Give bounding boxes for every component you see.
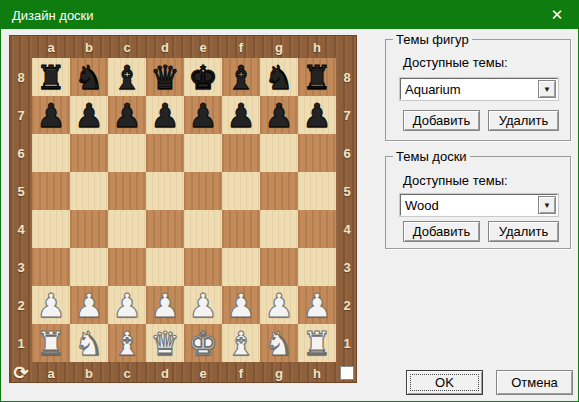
board-themes-group-title: Темы доски <box>393 149 470 164</box>
piece-theme-select[interactable]: Aquarium ▼ <box>400 78 558 100</box>
square-c4 <box>108 210 146 248</box>
square-e8: ♚ <box>184 58 222 96</box>
piece-black-pawn-e7: ♟ <box>184 96 222 134</box>
piece-white-knight-b1: ♞ <box>70 324 108 362</box>
piece-black-bishop-f8: ♝ <box>222 58 260 96</box>
piece-black-pawn-a7: ♟ <box>32 96 70 134</box>
square-f3 <box>222 248 260 286</box>
square-b1: ♞ <box>70 324 108 362</box>
square-a8: ♜ <box>32 58 70 96</box>
chess-board: abcdefgh8♜♞♝♛♚♝♞♜87♟♟♟♟♟♟♟♟7665544332♟♟♟… <box>9 35 357 383</box>
piece-white-pawn-c2: ♟ <box>108 286 146 324</box>
cancel-button-label: Отмена <box>511 375 558 390</box>
ok-button-label: OK <box>435 375 454 390</box>
rank-label-6-left: 6 <box>10 134 32 172</box>
square-f7: ♟ <box>222 96 260 134</box>
file-label-d: d <box>146 36 184 58</box>
file-label-a: a <box>32 36 70 58</box>
square-g4 <box>260 210 298 248</box>
square-g5 <box>260 172 298 210</box>
remove-board-theme-button[interactable]: Удалить <box>488 221 559 242</box>
square-g1: ♞ <box>260 324 298 362</box>
rank-label-7-right: 7 <box>336 96 358 134</box>
add-piece-theme-button[interactable]: Добавить <box>403 110 480 131</box>
piece-black-rook-h8: ♜ <box>298 58 336 96</box>
rank-label-1-right: 1 <box>336 324 358 362</box>
rank-label-4-right: 4 <box>336 210 358 248</box>
square-b4 <box>70 210 108 248</box>
board-design-dialog: Дизайн доски ✕ abcdefgh8♜♞♝♛♚♝♞♜87♟♟♟♟♟♟… <box>0 0 579 402</box>
piece-black-pawn-h7: ♟ <box>298 96 336 134</box>
frame-corner-bottom-left: ⟳ <box>10 362 32 384</box>
square-g2: ♟ <box>260 286 298 324</box>
square-d4 <box>146 210 184 248</box>
piece-black-pawn-f7: ♟ <box>222 96 260 134</box>
square-e1: ♚ <box>184 324 222 362</box>
piece-black-pawn-g7: ♟ <box>260 96 298 134</box>
piece-white-pawn-e2: ♟ <box>184 286 222 324</box>
piece-theme-selected-value: Aquarium <box>401 82 537 97</box>
piece-white-pawn-b2: ♟ <box>70 286 108 324</box>
square-c5 <box>108 172 146 210</box>
piece-white-queen-d1: ♛ <box>146 324 184 362</box>
file-label-g: g <box>260 36 298 58</box>
square-e7: ♟ <box>184 96 222 134</box>
square-f8: ♝ <box>222 58 260 96</box>
square-a4 <box>32 210 70 248</box>
piece-white-pawn-f2: ♟ <box>222 286 260 324</box>
square-b2: ♟ <box>70 286 108 324</box>
square-h7: ♟ <box>298 96 336 134</box>
rank-label-3-left: 3 <box>10 248 32 286</box>
file-label-a: a <box>32 362 70 384</box>
file-label-c: c <box>108 36 146 58</box>
cancel-button[interactable]: Отмена <box>496 370 573 395</box>
add-board-theme-button[interactable]: Добавить <box>403 221 480 242</box>
square-d6 <box>146 134 184 172</box>
square-c1: ♝ <box>108 324 146 362</box>
square-b7: ♟ <box>70 96 108 134</box>
dialog-title: Дизайн доски <box>12 8 94 23</box>
square-a5 <box>32 172 70 210</box>
frame-corner-top-left <box>10 36 32 58</box>
rank-label-7-left: 7 <box>10 96 32 134</box>
piece-white-pawn-d2: ♟ <box>146 286 184 324</box>
rank-label-8-right: 8 <box>336 58 358 96</box>
square-h2: ♟ <box>298 286 336 324</box>
titlebar: Дизайн доски ✕ <box>1 1 578 29</box>
square-h5 <box>298 172 336 210</box>
piece-black-rook-a8: ♜ <box>32 58 70 96</box>
square-d3 <box>146 248 184 286</box>
square-d8: ♛ <box>146 58 184 96</box>
rank-label-5-left: 5 <box>10 172 32 210</box>
available-themes-label: Доступные темы: <box>403 173 508 188</box>
square-d5 <box>146 172 184 210</box>
board-theme-select[interactable]: Wood ▼ <box>400 194 558 216</box>
square-b8: ♞ <box>70 58 108 96</box>
piece-black-bishop-c8: ♝ <box>108 58 146 96</box>
close-icon[interactable]: ✕ <box>536 1 578 29</box>
piece-white-pawn-h2: ♟ <box>298 286 336 324</box>
file-label-d: d <box>146 362 184 384</box>
square-h6 <box>298 134 336 172</box>
file-label-b: b <box>70 362 108 384</box>
square-a2: ♟ <box>32 286 70 324</box>
piece-white-rook-a1: ♜ <box>32 324 70 362</box>
square-h8: ♜ <box>298 58 336 96</box>
square-h1: ♜ <box>298 324 336 362</box>
square-b3 <box>70 248 108 286</box>
file-label-b: b <box>70 36 108 58</box>
square-e2: ♟ <box>184 286 222 324</box>
piece-black-knight-g8: ♞ <box>260 58 298 96</box>
flip-board-icon[interactable]: ⟳ <box>13 364 28 382</box>
square-e6 <box>184 134 222 172</box>
file-label-f: f <box>222 36 260 58</box>
ok-button[interactable]: OK <box>406 370 483 395</box>
frame-corner-bottom-right <box>336 362 358 384</box>
rank-label-2-left: 2 <box>10 286 32 324</box>
square-c8: ♝ <box>108 58 146 96</box>
white-to-move-icon[interactable] <box>340 366 354 380</box>
available-themes-label: Доступные темы: <box>403 55 508 70</box>
square-g3 <box>260 248 298 286</box>
rank-label-2-right: 2 <box>336 286 358 324</box>
square-c7: ♟ <box>108 96 146 134</box>
square-e3 <box>184 248 222 286</box>
rank-label-4-left: 4 <box>10 210 32 248</box>
square-f5 <box>222 172 260 210</box>
square-f2: ♟ <box>222 286 260 324</box>
file-label-g: g <box>260 362 298 384</box>
square-h4 <box>298 210 336 248</box>
piece-themes-group-title: Темы фигур <box>393 32 472 47</box>
file-label-e: e <box>184 362 222 384</box>
square-a6 <box>32 134 70 172</box>
piece-black-pawn-b7: ♟ <box>70 96 108 134</box>
square-a3 <box>32 248 70 286</box>
piece-white-king-e1: ♚ <box>184 324 222 362</box>
square-g8: ♞ <box>260 58 298 96</box>
file-label-h: h <box>298 36 336 58</box>
square-c2: ♟ <box>108 286 146 324</box>
piece-black-king-e8: ♚ <box>184 58 222 96</box>
square-e4 <box>184 210 222 248</box>
piece-white-knight-g1: ♞ <box>260 324 298 362</box>
square-d7: ♟ <box>146 96 184 134</box>
square-c3 <box>108 248 146 286</box>
chevron-down-icon[interactable]: ▼ <box>538 80 556 98</box>
file-label-e: e <box>184 36 222 58</box>
square-c6 <box>108 134 146 172</box>
rank-label-5-right: 5 <box>336 172 358 210</box>
piece-white-pawn-a2: ♟ <box>32 286 70 324</box>
piece-themes-group: Темы фигур Доступные темы: Aquarium ▼ До… <box>385 39 571 141</box>
rank-label-1-left: 1 <box>10 324 32 362</box>
rank-label-6-right: 6 <box>336 134 358 172</box>
file-label-f: f <box>222 362 260 384</box>
square-g7: ♟ <box>260 96 298 134</box>
rank-label-3-right: 3 <box>336 248 358 286</box>
square-f6 <box>222 134 260 172</box>
piece-white-bishop-c1: ♝ <box>108 324 146 362</box>
board-theme-selected-value: Wood <box>401 198 537 213</box>
file-label-c: c <box>108 362 146 384</box>
piece-black-queen-d8: ♛ <box>146 58 184 96</box>
square-b6 <box>70 134 108 172</box>
square-f1: ♝ <box>222 324 260 362</box>
square-d2: ♟ <box>146 286 184 324</box>
board-themes-group: Темы доски Доступные темы: Wood ▼ Добави… <box>385 156 571 249</box>
piece-white-bishop-f1: ♝ <box>222 324 260 362</box>
square-g6 <box>260 134 298 172</box>
square-b5 <box>70 172 108 210</box>
frame-corner-top-right <box>336 36 358 58</box>
square-a1: ♜ <box>32 324 70 362</box>
rank-label-8-left: 8 <box>10 58 32 96</box>
piece-black-knight-b8: ♞ <box>70 58 108 96</box>
piece-black-pawn-d7: ♟ <box>146 96 184 134</box>
square-e5 <box>184 172 222 210</box>
square-a7: ♟ <box>32 96 70 134</box>
chevron-down-icon[interactable]: ▼ <box>538 196 556 214</box>
square-f4 <box>222 210 260 248</box>
file-label-h: h <box>298 362 336 384</box>
remove-piece-theme-button[interactable]: Удалить <box>488 110 559 131</box>
piece-white-rook-h1: ♜ <box>298 324 336 362</box>
piece-white-pawn-g2: ♟ <box>260 286 298 324</box>
square-d1: ♛ <box>146 324 184 362</box>
square-h3 <box>298 248 336 286</box>
piece-black-pawn-c7: ♟ <box>108 96 146 134</box>
